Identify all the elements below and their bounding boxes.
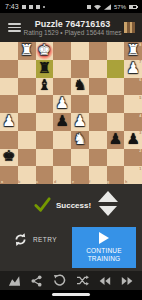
square-g7[interactable] [107, 60, 125, 78]
coordinate-rank-7: 7 [139, 60, 141, 64]
square-e5[interactable] [71, 95, 89, 113]
coordinate-file-f: f [89, 180, 90, 184]
bottom-toolbar [0, 271, 142, 290]
shuffle-icon [76, 275, 89, 286]
square-d2[interactable] [53, 149, 71, 167]
white-pawn[interactable]: ♟ [73, 114, 86, 129]
square-h8[interactable]: ♜8 [124, 42, 142, 60]
square-g4[interactable] [107, 113, 125, 131]
square-f5[interactable] [89, 95, 107, 113]
white-pawn[interactable]: ♟ [126, 61, 139, 76]
success-check-icon [33, 195, 52, 214]
square-h2[interactable]: 2 [124, 149, 142, 167]
fast-forward-icon [121, 276, 134, 286]
square-c5[interactable] [36, 95, 54, 113]
play-icon [99, 232, 109, 244]
success-message: Success! [56, 201, 91, 210]
square-e1[interactable]: e [71, 166, 89, 184]
square-e2[interactable] [71, 149, 89, 167]
square-d8[interactable] [53, 42, 71, 60]
white-rook[interactable]: ♜ [126, 43, 139, 58]
square-d3[interactable] [53, 131, 71, 149]
square-b6[interactable] [18, 78, 36, 96]
square-f2[interactable] [89, 149, 107, 167]
square-a1[interactable]: a [0, 166, 18, 184]
notification-icon [36, 5, 40, 9]
page-title: Puzzle 764716163 [21, 19, 124, 29]
white-knight[interactable]: ♞ [73, 132, 86, 147]
menu-icon[interactable] [8, 23, 21, 32]
square-f3[interactable] [89, 131, 107, 149]
square-h6[interactable]: 6 [124, 78, 142, 96]
black-pawn[interactable]: ♟ [109, 132, 122, 147]
coordinate-rank-1: 1 [139, 167, 141, 171]
app-header: Puzzle 764716163 Rating 1529 • Played 15… [0, 13, 142, 42]
square-b1[interactable]: b [18, 166, 36, 184]
coordinate-file-g: g [107, 180, 109, 184]
coordinate-rank-8: 8 [139, 43, 141, 47]
coordinate-rank-4: 4 [139, 114, 141, 118]
square-b8[interactable]: ♜ [18, 42, 36, 60]
rewind-icon [98, 276, 111, 286]
square-c2[interactable] [36, 149, 54, 167]
move-next-arrow[interactable] [99, 206, 117, 216]
coordinate-rank-5: 5 [139, 96, 141, 100]
share-button[interactable] [29, 273, 45, 288]
forward-button[interactable] [120, 273, 136, 288]
continue-training-label: CONTINUE TRAINING [77, 247, 131, 263]
square-a6[interactable] [0, 78, 18, 96]
square-e7[interactable] [71, 60, 89, 78]
coordinate-file-e: e [72, 180, 74, 184]
white-pawn[interactable]: ♟ [55, 96, 68, 111]
phone-screen: 7:43 57% Puzzle 764716163 Rating 1529 • … [0, 0, 142, 300]
square-b7[interactable] [18, 60, 36, 78]
coordinate-rank-3: 3 [139, 131, 141, 135]
analysis-chart-button[interactable] [6, 273, 22, 288]
coordinate-file-b: b [18, 180, 20, 184]
square-d4[interactable]: ♟ [53, 113, 71, 131]
gesture-area [0, 290, 142, 300]
black-rook[interactable]: ♜ [38, 61, 51, 76]
puzzle-feedback-panel: Success! RETRY CONTINUE TRAINING [0, 184, 142, 271]
square-b4[interactable] [18, 113, 36, 131]
square-c1[interactable]: c [36, 166, 54, 184]
continue-training-button[interactable]: CONTINUE TRAINING [72, 227, 136, 268]
signal-icon [104, 4, 111, 10]
square-f8[interactable] [89, 42, 107, 60]
square-f4[interactable] [89, 113, 107, 131]
battery-percent: 57% [114, 4, 126, 10]
square-b2[interactable] [18, 149, 36, 167]
notification-icon [29, 5, 33, 9]
notification-icon [22, 5, 26, 9]
square-g5[interactable] [107, 95, 125, 113]
square-f6[interactable] [89, 78, 107, 96]
white-pawn[interactable]: ♟ [2, 114, 15, 129]
retry-refresh-icon [13, 232, 28, 247]
square-g2[interactable] [107, 149, 125, 167]
square-g6[interactable] [107, 78, 125, 96]
square-c3[interactable] [36, 131, 54, 149]
square-a5[interactable] [0, 95, 18, 113]
retry-button[interactable]: RETRY [13, 232, 57, 247]
chess-board[interactable]: ♜♚♜8♜♟7♝♞6♟5♟♟♟4♞♟♟3♚2abcdefgh1 [0, 42, 142, 184]
square-h7[interactable]: ♟7 [124, 60, 142, 78]
square-d5[interactable]: ♟ [53, 95, 71, 113]
board-theme-icon[interactable] [124, 22, 135, 33]
square-e4[interactable]: ♟ [71, 113, 89, 131]
square-h1[interactable]: h1 [124, 166, 142, 184]
coordinate-file-a: a [1, 180, 3, 184]
black-bishop[interactable]: ♝ [38, 78, 51, 93]
square-a3[interactable] [0, 131, 18, 149]
white-king[interactable]: ♚ [38, 43, 51, 58]
black-pawn[interactable]: ♟ [126, 132, 139, 147]
square-a4[interactable]: ♟ [0, 113, 18, 131]
square-c7[interactable]: ♜ [36, 60, 54, 78]
square-c6[interactable]: ♝ [36, 78, 54, 96]
coordinate-file-d: d [54, 180, 56, 184]
square-a8[interactable] [0, 42, 18, 60]
wifi-icon [94, 4, 101, 10]
shuffle-button[interactable] [74, 273, 90, 288]
coordinate-file-c: c [36, 180, 38, 184]
square-b3[interactable] [18, 131, 36, 149]
coordinate-rank-6: 6 [139, 78, 141, 82]
square-e3[interactable]: ♞ [71, 131, 89, 149]
move-prev-arrow[interactable] [98, 191, 118, 202]
battery-icon [129, 5, 137, 9]
square-a2[interactable]: ♚ [0, 149, 18, 167]
black-knight[interactable]: ♞ [73, 78, 86, 93]
analysis-chart-icon [8, 275, 21, 287]
square-e6[interactable]: ♞ [71, 78, 89, 96]
square-f7[interactable] [89, 60, 107, 78]
clock-time: 7:43 [5, 3, 19, 10]
square-c4[interactable] [36, 113, 54, 131]
notification-overflow-dot [43, 6, 45, 8]
square-f1[interactable]: f [89, 166, 107, 184]
coordinate-rank-2: 2 [139, 149, 141, 153]
square-d6[interactable] [53, 78, 71, 96]
black-pawn[interactable]: ♟ [55, 114, 68, 129]
square-a7[interactable] [0, 60, 18, 78]
rewind-button[interactable] [97, 273, 113, 288]
coordinate-file-h: h [125, 180, 127, 184]
puzzle-stats: Rating 1529 • Played 15644 times [21, 29, 124, 36]
status-bar: 7:43 57% [0, 0, 142, 13]
home-indicator[interactable] [52, 293, 90, 296]
black-king[interactable]: ♚ [2, 149, 15, 164]
square-g1[interactable]: g [107, 166, 125, 184]
square-h3[interactable]: ♟3 [124, 131, 142, 149]
square-d7[interactable] [53, 60, 71, 78]
square-g8[interactable] [107, 42, 125, 60]
square-c8[interactable]: ♚ [36, 42, 54, 60]
screenshot-icon [87, 5, 91, 9]
white-rook[interactable]: ♜ [20, 43, 33, 58]
square-e8[interactable] [71, 42, 89, 60]
square-h5[interactable]: 5 [124, 95, 142, 113]
history-button[interactable] [52, 273, 68, 288]
square-g3[interactable]: ♟ [107, 131, 125, 149]
square-d1[interactable]: d [53, 166, 71, 184]
retry-label: RETRY [33, 236, 57, 243]
share-icon [31, 275, 42, 287]
history-icon [53, 274, 66, 287]
square-b5[interactable] [18, 95, 36, 113]
square-h4[interactable]: 4 [124, 113, 142, 131]
